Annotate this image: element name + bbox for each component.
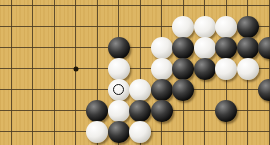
black-stone <box>237 16 259 38</box>
board-intersection <box>129 79 151 100</box>
go-board[interactable] <box>0 0 270 145</box>
white-stone <box>215 16 237 38</box>
white-stone <box>215 58 237 80</box>
board-intersection <box>194 37 216 58</box>
white-stone <box>194 37 216 59</box>
board-intersection <box>151 58 173 79</box>
white-stone <box>86 121 108 143</box>
board-intersection <box>108 121 130 142</box>
board-intersection <box>151 79 173 100</box>
black-stone <box>194 58 216 80</box>
board-intersection <box>86 121 108 142</box>
black-stone <box>172 37 194 59</box>
black-stone <box>86 100 108 122</box>
board-intersection <box>215 58 237 79</box>
board-intersection <box>172 37 194 58</box>
black-stone <box>215 100 237 122</box>
black-stone <box>108 37 130 59</box>
white-stone <box>108 100 130 122</box>
white-stone <box>151 58 173 80</box>
black-stone <box>151 79 173 101</box>
board-intersection <box>129 121 151 142</box>
board-intersection <box>172 79 194 100</box>
white-stone <box>129 121 151 143</box>
black-stone <box>172 58 194 80</box>
go-app-view <box>0 0 270 145</box>
black-stone <box>151 100 173 122</box>
black-stone <box>108 121 130 143</box>
black-stone <box>258 37 270 59</box>
board-intersection <box>129 100 151 121</box>
board-intersection <box>237 58 259 79</box>
board-intersection <box>194 16 216 37</box>
board-intersection <box>151 100 173 121</box>
board-intersection <box>215 37 237 58</box>
board-intersection <box>108 58 130 79</box>
white-stone <box>129 79 151 101</box>
white-stone <box>194 16 216 38</box>
white-stone <box>237 58 259 80</box>
black-stone <box>215 37 237 59</box>
black-stone <box>237 37 259 59</box>
board-intersection <box>172 16 194 37</box>
board-intersection <box>172 58 194 79</box>
board-intersection <box>108 79 130 100</box>
black-stone <box>258 79 270 101</box>
board-intersection <box>108 37 130 58</box>
board-intersection <box>86 100 108 121</box>
board-intersection <box>151 37 173 58</box>
white-stone <box>108 79 130 101</box>
board-intersection <box>194 58 216 79</box>
last-move-circle-marker <box>113 84 124 95</box>
board-intersection <box>258 79 270 100</box>
white-stone <box>151 37 173 59</box>
board-intersection <box>215 16 237 37</box>
white-stone <box>172 16 194 38</box>
black-stone <box>172 79 194 101</box>
stone-layer <box>0 0 270 142</box>
black-stone <box>129 100 151 122</box>
board-intersection <box>108 100 130 121</box>
white-stone <box>108 58 130 80</box>
board-intersection <box>237 16 259 37</box>
board-intersection <box>215 100 237 121</box>
board-intersection <box>237 37 259 58</box>
board-intersection <box>258 37 270 58</box>
